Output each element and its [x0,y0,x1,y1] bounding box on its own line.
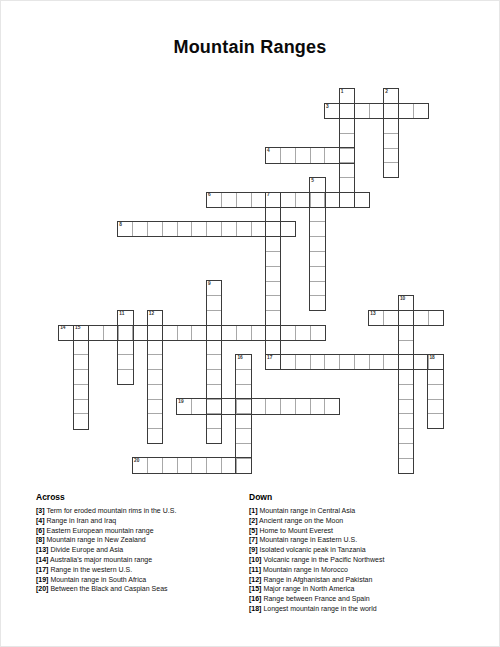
across-clue-list: [3] Term for eroded mountain rims in the… [36,506,246,594]
clue-down-2: [2] Ancient range on the Moon [249,516,499,526]
clue-text: Divide Europe and Asia [48,546,123,553]
word-19-across [176,398,340,414]
clue-number: [11] [249,566,261,573]
word-15-down [73,325,89,430]
clue-text: Volcanic range in the Pacific Northwest [261,556,384,563]
clue-down-1: [1] Mountain range in Central Asia [249,506,499,516]
clue-number: [6] [36,527,45,534]
cell-number-5: 5 [311,179,314,184]
cell-number-1: 1 [341,90,344,95]
cell-number-4: 4 [267,149,270,154]
clue-across-8: [8] Mountain range in New Zealand [36,535,246,545]
clue-text: Mountain range in South Africa [48,576,146,583]
clue-across-19: [19] Mountain range in South Africa [36,575,246,585]
clue-down-12: [12] Range in Afghanistan and Pakistan [249,575,499,585]
clue-across-14: [14] Australia's major mountain range [36,555,246,565]
across-clues-section: Across [3] Term for eroded mountain rims… [36,492,246,594]
cell-number-7: 7 [267,193,270,198]
word-13-across [368,310,443,326]
clue-text: Range between France and Spain [261,595,369,602]
clue-text: Australia's major mountain range [48,556,152,563]
word-4-across [265,147,355,163]
cell-number-9: 9 [208,282,211,287]
clue-number: [7] [249,536,258,543]
cell-number-11: 11 [119,312,124,317]
word-2-down [383,88,399,178]
clue-number: [1] [249,507,258,514]
clue-number: [10] [249,556,261,563]
clue-down-7: [7] Mountain range in Eastern U.S. [249,535,499,545]
clue-number: [2] [249,517,258,524]
word-20-across [132,457,252,473]
cell-number-12: 12 [149,312,154,317]
clue-across-17: [17] Range in the western U.S. [36,565,246,575]
clue-number: [17] [36,566,48,573]
clue-across-3: [3] Term for eroded mountain rims in the… [36,506,246,516]
clue-text: Mountain range in New Zealand [45,536,146,543]
cell-number-19: 19 [178,400,183,405]
clue-number: [15] [249,585,261,592]
cell-number-6: 6 [208,193,211,198]
clue-text: Term for eroded mountain rims in the U.S… [45,507,177,514]
cell-number-18: 18 [429,356,434,361]
clue-number: [16] [249,595,261,602]
clue-number: [19] [36,576,48,583]
clue-number: [12] [249,576,261,583]
cell-number-3: 3 [326,105,329,110]
clue-down-18: [18] Longest mountain range in the world [249,604,499,614]
word-6-across [206,192,370,208]
clue-text: Range in Afghanistan and Pakistan [261,576,372,583]
clue-text: Mountain range in Morocco [261,566,348,573]
clue-down-16: [16] Range between France and Spain [249,594,499,604]
clue-text: Major range in North America [261,585,354,592]
clue-down-10: [10] Volcanic range in the Pacific North… [249,555,499,565]
clue-text: Between the Black and Caspian Seas [48,585,167,592]
clue-text: Range in Iran and Iraq [45,517,117,524]
clue-number: [4] [36,517,45,524]
cell-number-10: 10 [400,297,405,302]
cell-number-14: 14 [60,326,65,331]
clue-text: Range in the western U.S. [48,566,132,573]
clue-across-13: [13] Divide Europe and Asia [36,545,246,555]
clue-down-5: [5] Home to Mount Everest [249,526,499,536]
word-8-across [117,221,296,237]
grid-cell-r19c14 [266,370,281,385]
word-7-down [265,192,281,371]
cell-number-2: 2 [385,90,388,95]
clue-text: Mountain range in Central Asia [258,507,356,514]
down-clue-list: [1] Mountain range in Central Asia[2] An… [249,506,499,614]
word-17-across [265,354,444,370]
clue-number: [5] [249,527,258,534]
clue-number: [3] [36,507,45,514]
clue-down-15: [15] Major range in North America [249,584,499,594]
down-clues-section: Down [1] Mountain range in Central Asia[… [249,492,499,614]
clue-number: [13] [36,546,48,553]
cell-number-8: 8 [119,223,122,228]
clue-text: Isolated volcanic peak in Tanzania [258,546,366,553]
cell-number-17: 17 [267,356,272,361]
cell-number-13: 13 [370,312,375,317]
clue-down-9: [9] Isolated volcanic peak in Tanzania [249,545,499,555]
clue-across-20: [20] Between the Black and Caspian Seas [36,584,246,594]
cell-number-16: 16 [237,356,242,361]
page: Mountain Ranges 123456789101112131415161… [0,0,500,647]
word-9-down [206,280,222,444]
cell-number-20: 20 [134,459,139,464]
clue-text: Home to Mount Everest [258,527,333,534]
clue-down-11: [11] Mountain range in Morocco [249,565,499,575]
clue-number: [18] [249,605,261,612]
clue-text: Longest mountain range in the world [261,605,376,612]
word-3-across [324,103,429,119]
clue-number: [8] [36,536,45,543]
clue-number: [20] [36,585,48,592]
cell-number-15: 15 [75,326,80,331]
clue-number: [9] [249,546,258,553]
word-11-down [117,310,133,385]
clue-across-6: [6] Eastern European mountain range [36,526,246,536]
clue-text: Ancient range on the Moon [258,517,344,524]
clue-across-4: [4] Range in Iran and Iraq [36,516,246,526]
clue-text: Eastern European mountain range [45,527,154,534]
crossword-grid: 1234567891011121314151617181920 [1,1,500,501]
down-heading: Down [249,492,499,502]
across-heading: Across [36,492,246,502]
word-18-down [427,354,443,429]
word-14-across [58,325,325,341]
clue-number: [14] [36,556,48,563]
clue-text: Mountain range in Eastern U.S. [258,536,358,543]
